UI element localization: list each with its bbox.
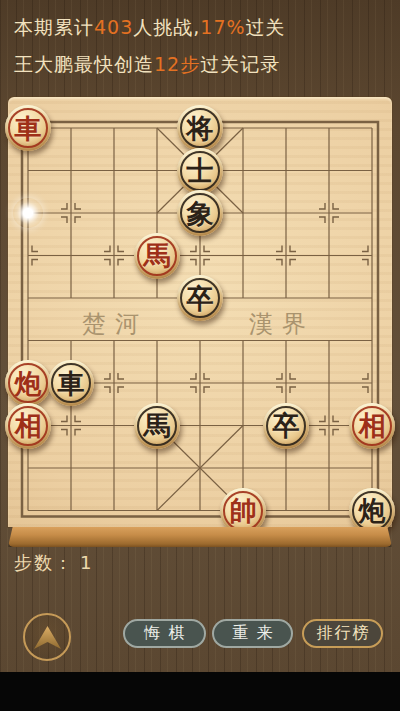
- move-counter: 步数：1: [14, 551, 93, 575]
- piece-red-炮-c0r6[interactable]: 炮: [5, 360, 51, 406]
- banner-text: 过关记录: [200, 53, 280, 75]
- record-steps: 12步: [154, 53, 200, 75]
- banner-line2: 王大鹏最快创造12步过关记录: [14, 46, 400, 83]
- piece-red-帥-c5r9[interactable]: 帥: [220, 488, 266, 534]
- piece-red-車-c0r0[interactable]: 車: [5, 105, 51, 151]
- piece-red-相-c0r7[interactable]: 相: [5, 403, 51, 449]
- piece-black-象-c4r2[interactable]: 象: [177, 190, 223, 236]
- banner-text: 本期累计: [14, 16, 94, 38]
- piece-red-相-c8r7[interactable]: 相: [349, 403, 395, 449]
- move-counter-label: 步数：: [14, 552, 74, 573]
- banner-text: 王大鹏最快创造: [14, 53, 154, 75]
- banner-text: 人挑战,: [133, 16, 200, 38]
- piece-black-卒-c6r7[interactable]: 卒: [263, 403, 309, 449]
- arrow-up-icon: [34, 626, 61, 649]
- piece-black-馬-c3r7[interactable]: 馬: [134, 403, 180, 449]
- move-counter-value: 1: [80, 552, 93, 573]
- piece-black-卒-c4r4[interactable]: 卒: [177, 275, 223, 321]
- android-navbar: [0, 672, 400, 711]
- river-label-left: 楚河: [82, 308, 148, 340]
- piece-red-馬-c3r3[interactable]: 馬: [134, 233, 180, 279]
- piece-black-将-c4r0[interactable]: 将: [177, 105, 223, 151]
- xiangqi-app-screen: { "game": "xiangqi", "banner": { "line1"…: [0, 0, 400, 711]
- piece-black-士-c4r1[interactable]: 士: [177, 148, 223, 194]
- challenger-count: 403: [94, 16, 133, 38]
- restart-button[interactable]: 重来: [212, 619, 293, 648]
- piece-black-車-c1r6[interactable]: 車: [48, 360, 94, 406]
- scroll-up-button[interactable]: [23, 613, 71, 661]
- xiangqi-board[interactable]: 楚河 漢界 車将士象馬卒炮車相馬卒相帥炮: [8, 97, 392, 527]
- leaderboard-button[interactable]: 排行榜: [302, 619, 383, 648]
- challenge-banner: 本期累计403人挑战,17%过关 王大鹏最快创造12步过关记录: [0, 0, 400, 83]
- pass-rate: 17%: [200, 16, 245, 38]
- piece-black-炮-c8r9[interactable]: 炮: [349, 488, 395, 534]
- board-front-edge: [8, 527, 392, 547]
- river-label-right: 漢界: [249, 308, 315, 340]
- undo-button[interactable]: 悔棋: [123, 619, 206, 648]
- banner-line1: 本期累计403人挑战,17%过关: [14, 9, 400, 46]
- sparkle-effect: [13, 198, 43, 228]
- banner-text: 过关: [246, 16, 286, 38]
